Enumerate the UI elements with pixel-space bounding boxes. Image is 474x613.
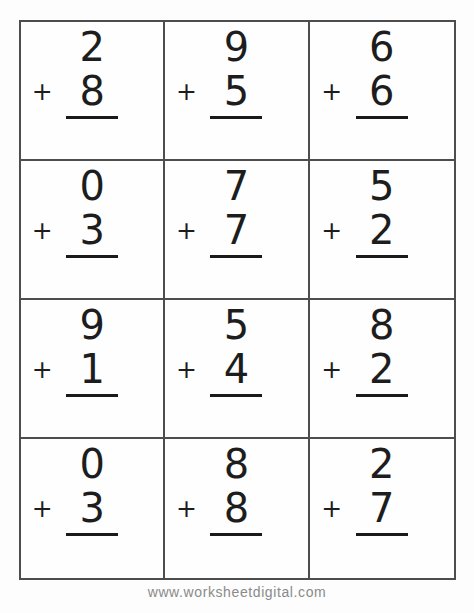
addition-problem: 2 +8 xyxy=(63,25,121,119)
addition-problem: 0 +3 xyxy=(63,164,121,258)
bottom-addend-row: +2 xyxy=(353,208,411,252)
plus-icon: + xyxy=(173,357,199,382)
bottom-addend: 5 xyxy=(224,68,249,114)
bottom-addend: 6 xyxy=(369,68,394,114)
answer-blank-line xyxy=(356,533,408,536)
top-addend: 7 xyxy=(207,164,265,208)
plus-icon: + xyxy=(173,79,199,104)
bottom-addend-row: +3 xyxy=(63,208,121,252)
top-addend: 9 xyxy=(63,303,121,347)
bottom-addend-row: +4 xyxy=(207,347,265,391)
bottom-addend: 7 xyxy=(369,485,394,531)
answer-blank-line xyxy=(66,533,118,536)
top-addend: 5 xyxy=(207,303,265,347)
plus-icon: + xyxy=(29,357,55,382)
addition-problem: 9 +5 xyxy=(207,25,265,119)
bottom-addend-row: +1 xyxy=(63,347,121,391)
problem-cell: 2 +7 xyxy=(310,439,454,578)
addition-problem: 6 +6 xyxy=(353,25,411,119)
problem-cell: 0 +3 xyxy=(21,161,165,300)
top-addend: 0 xyxy=(63,164,121,208)
plus-icon: + xyxy=(319,79,345,104)
bottom-addend: 2 xyxy=(369,346,394,392)
problem-cell: 7 +7 xyxy=(165,161,309,300)
addition-problem: 9 +1 xyxy=(63,303,121,397)
answer-blank-line xyxy=(66,116,118,119)
problem-cell: 5 +4 xyxy=(165,300,309,439)
top-addend: 2 xyxy=(63,25,121,69)
top-addend: 2 xyxy=(353,442,411,486)
bottom-addend-row: +7 xyxy=(353,486,411,530)
bottom-addend: 8 xyxy=(79,68,104,114)
bottom-addend-row: +8 xyxy=(207,486,265,530)
bottom-addend-row: +7 xyxy=(207,208,265,252)
plus-icon: + xyxy=(29,496,55,521)
answer-blank-line xyxy=(210,394,262,397)
plus-icon: + xyxy=(319,218,345,243)
problem-cell: 2 +8 xyxy=(21,22,165,161)
answer-blank-line xyxy=(210,255,262,258)
addition-problem: 0 +3 xyxy=(63,442,121,536)
addition-problem: 8 +2 xyxy=(353,303,411,397)
plus-icon: + xyxy=(319,496,345,521)
answer-blank-line xyxy=(356,116,408,119)
addition-problem: 7 +7 xyxy=(207,164,265,258)
top-addend: 0 xyxy=(63,442,121,486)
answer-blank-line xyxy=(66,255,118,258)
top-addend: 8 xyxy=(207,442,265,486)
problem-cell: 8 +2 xyxy=(310,300,454,439)
bottom-addend: 4 xyxy=(224,346,249,392)
plus-icon: + xyxy=(319,357,345,382)
answer-blank-line xyxy=(210,116,262,119)
bottom-addend: 3 xyxy=(79,485,104,531)
plus-icon: + xyxy=(29,218,55,243)
answer-blank-line xyxy=(210,533,262,536)
bottom-addend-row: +6 xyxy=(353,69,411,113)
addition-problem: 5 +2 xyxy=(353,164,411,258)
answer-blank-line xyxy=(66,394,118,397)
problem-cell: 9 +5 xyxy=(165,22,309,161)
bottom-addend-row: +8 xyxy=(63,69,121,113)
addition-problem: 8 +8 xyxy=(207,442,265,536)
bottom-addend-row: +2 xyxy=(353,347,411,391)
problem-cell: 9 +1 xyxy=(21,300,165,439)
problem-cell: 6 +6 xyxy=(310,22,454,161)
answer-blank-line xyxy=(356,255,408,258)
problems-grid: 2 +8 9 +5 6 +6 0 +3 7 +7 xyxy=(19,20,456,580)
problem-cell: 8 +8 xyxy=(165,439,309,578)
bottom-addend: 3 xyxy=(79,207,104,253)
footer-url: www.worksheetdigital.com xyxy=(0,584,474,600)
bottom-addend: 8 xyxy=(224,485,249,531)
top-addend: 9 xyxy=(207,25,265,69)
plus-icon: + xyxy=(173,496,199,521)
problem-cell: 0 +3 xyxy=(21,439,165,578)
answer-blank-line xyxy=(356,394,408,397)
plus-icon: + xyxy=(173,218,199,243)
top-addend: 8 xyxy=(353,303,411,347)
bottom-addend: 1 xyxy=(79,346,104,392)
addition-problem: 5 +4 xyxy=(207,303,265,397)
top-addend: 6 xyxy=(353,25,411,69)
addition-problem: 2 +7 xyxy=(353,442,411,536)
plus-icon: + xyxy=(29,79,55,104)
bottom-addend: 2 xyxy=(369,207,394,253)
bottom-addend-row: +3 xyxy=(63,486,121,530)
problem-cell: 5 +2 xyxy=(310,161,454,300)
bottom-addend: 7 xyxy=(224,207,249,253)
bottom-addend-row: +5 xyxy=(207,69,265,113)
top-addend: 5 xyxy=(353,164,411,208)
